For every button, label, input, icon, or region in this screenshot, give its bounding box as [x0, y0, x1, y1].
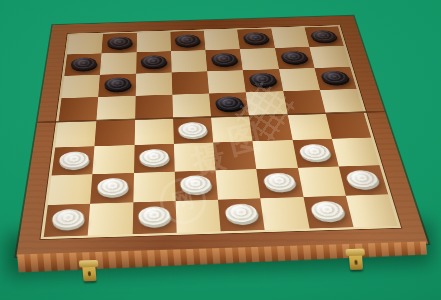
board-square[interactable] — [246, 91, 287, 116]
board-square[interactable] — [133, 171, 176, 202]
board-square[interactable] — [64, 54, 101, 76]
board-square[interactable] — [55, 121, 96, 148]
white-checker[interactable] — [345, 170, 380, 188]
black-checker[interactable] — [248, 73, 277, 87]
board-square[interactable] — [304, 26, 343, 47]
board-square[interactable] — [173, 117, 213, 144]
board-square[interactable] — [62, 74, 101, 98]
board-square[interactable] — [171, 50, 207, 72]
board-square[interactable] — [204, 30, 240, 51]
board-square[interactable] — [256, 167, 303, 198]
white-checker[interactable] — [51, 209, 84, 228]
board-square[interactable] — [93, 145, 135, 174]
board-square[interactable] — [275, 47, 315, 69]
white-checker[interactable] — [97, 178, 128, 196]
board-square[interactable] — [95, 120, 135, 147]
board-square[interactable] — [134, 144, 175, 173]
board-square[interactable] — [279, 68, 320, 91]
board-square[interactable] — [309, 46, 350, 68]
brass-clasp-right — [349, 252, 364, 270]
board-square[interactable] — [332, 138, 380, 166]
board-square[interactable] — [48, 174, 93, 205]
board-square[interactable] — [58, 97, 98, 122]
board-square[interactable] — [207, 70, 246, 93]
board-square[interactable] — [175, 200, 220, 233]
board-square[interactable] — [136, 51, 172, 73]
board-square[interactable] — [88, 202, 133, 235]
board-square[interactable] — [283, 90, 326, 115]
board-top-surface — [16, 16, 428, 257]
board-square[interactable] — [205, 49, 242, 71]
board-square[interactable] — [292, 139, 338, 168]
board-square[interactable] — [240, 48, 279, 70]
board-square[interactable] — [314, 67, 356, 90]
board-square[interactable] — [209, 92, 249, 117]
board-square[interactable] — [172, 93, 211, 118]
board-square[interactable] — [170, 31, 205, 52]
board-square[interactable] — [237, 29, 274, 50]
checkers-board — [0, 14, 431, 292]
board-square[interactable] — [174, 143, 216, 172]
white-checker[interactable] — [139, 149, 169, 166]
black-checker[interactable] — [210, 53, 237, 66]
black-checker[interactable] — [104, 77, 131, 91]
black-checker[interactable] — [70, 57, 97, 70]
black-checker[interactable] — [175, 34, 200, 46]
board-square[interactable] — [215, 169, 260, 200]
board-square[interactable] — [346, 194, 398, 227]
board-square[interactable] — [326, 112, 372, 139]
black-checker[interactable] — [214, 96, 243, 110]
board-square[interactable] — [320, 89, 364, 114]
board-square[interactable] — [211, 116, 253, 143]
board-square[interactable] — [253, 140, 298, 169]
board-square[interactable] — [261, 197, 310, 230]
board-square[interactable] — [132, 201, 176, 234]
board-square[interactable] — [287, 114, 331, 141]
black-checker[interactable] — [280, 51, 308, 64]
playing-area — [40, 25, 401, 239]
black-checker[interactable] — [320, 71, 350, 85]
board-square[interactable] — [97, 96, 136, 121]
board-square[interactable] — [98, 73, 135, 96]
black-checker[interactable] — [310, 30, 338, 42]
board-square[interactable] — [67, 34, 103, 55]
board-square[interactable] — [102, 33, 137, 54]
board-square[interactable] — [218, 198, 265, 231]
board-square[interactable] — [171, 71, 209, 94]
white-checker[interactable] — [263, 173, 296, 191]
white-checker[interactable] — [58, 151, 89, 168]
board-square[interactable] — [136, 32, 171, 53]
white-checker[interactable] — [298, 144, 331, 161]
board-square[interactable] — [135, 95, 173, 120]
white-checker[interactable] — [310, 201, 346, 220]
board-square[interactable] — [249, 115, 292, 142]
black-checker[interactable] — [242, 32, 269, 44]
board-square[interactable] — [44, 204, 91, 237]
black-checker[interactable] — [141, 55, 167, 68]
black-checker[interactable] — [107, 36, 132, 48]
board-square[interactable] — [271, 27, 309, 48]
board-square[interactable] — [100, 52, 136, 74]
table-scene: 摄 图 网 — [0, 0, 441, 300]
board-square[interactable] — [303, 196, 353, 229]
board-square[interactable] — [213, 141, 256, 170]
board-square[interactable] — [243, 69, 283, 92]
board-square[interactable] — [134, 118, 174, 145]
board-square[interactable] — [297, 166, 345, 197]
board-square[interactable] — [135, 72, 172, 95]
white-checker[interactable] — [178, 122, 207, 138]
board-square[interactable] — [338, 165, 388, 196]
brass-clasp-left — [82, 263, 97, 281]
white-checker[interactable] — [224, 204, 258, 223]
board-square[interactable] — [175, 170, 218, 201]
board-square[interactable] — [90, 173, 133, 204]
white-checker[interactable] — [180, 175, 211, 193]
board-square[interactable] — [52, 146, 95, 175]
white-checker[interactable] — [138, 206, 170, 225]
